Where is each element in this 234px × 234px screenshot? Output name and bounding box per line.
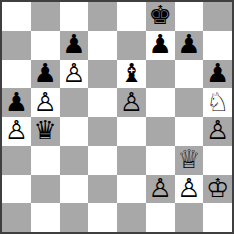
square-g8[interactable] — [175, 2, 204, 31]
square-c8[interactable] — [60, 2, 89, 31]
square-b5[interactable]: ♙ — [31, 88, 60, 117]
piece-black-pawn: ♟ — [5, 89, 28, 115]
square-g2[interactable]: ♙ — [175, 175, 204, 204]
square-f7[interactable]: ♟ — [146, 31, 175, 60]
piece-black-pawn: ♟ — [33, 60, 56, 86]
square-c7[interactable]: ♟ — [60, 31, 89, 60]
square-h8[interactable] — [203, 2, 232, 31]
square-f6[interactable] — [146, 60, 175, 89]
piece-white-pawn: ♙ — [148, 175, 171, 201]
square-e6[interactable]: ♝ — [117, 60, 146, 89]
square-b8[interactable] — [31, 2, 60, 31]
piece-white-queen: ♕ — [177, 146, 200, 172]
square-g3[interactable]: ♕ — [175, 146, 204, 175]
square-h6[interactable]: ♟ — [203, 60, 232, 89]
square-g1[interactable] — [175, 203, 204, 232]
square-h7[interactable] — [203, 31, 232, 60]
square-e8[interactable] — [117, 2, 146, 31]
square-f4[interactable] — [146, 117, 175, 146]
square-a4[interactable]: ♙ — [2, 117, 31, 146]
square-a6[interactable] — [2, 60, 31, 89]
square-b1[interactable] — [31, 203, 60, 232]
square-e3[interactable] — [117, 146, 146, 175]
piece-white-king: ♔ — [206, 175, 229, 201]
square-a8[interactable] — [2, 2, 31, 31]
square-e1[interactable] — [117, 203, 146, 232]
square-a3[interactable] — [2, 146, 31, 175]
piece-white-pawn: ♙ — [33, 89, 56, 115]
piece-black-pawn: ♟ — [148, 31, 171, 57]
square-a1[interactable] — [2, 203, 31, 232]
square-g5[interactable] — [175, 88, 204, 117]
square-c2[interactable] — [60, 175, 89, 204]
piece-black-pawn: ♟ — [177, 31, 200, 57]
square-f2[interactable]: ♙ — [146, 175, 175, 204]
square-g7[interactable]: ♟ — [175, 31, 204, 60]
square-g6[interactable] — [175, 60, 204, 89]
square-d6[interactable] — [88, 60, 117, 89]
square-d4[interactable] — [88, 117, 117, 146]
square-g4[interactable] — [175, 117, 204, 146]
square-h4[interactable]: ♙ — [203, 117, 232, 146]
square-b2[interactable] — [31, 175, 60, 204]
square-b6[interactable]: ♟ — [31, 60, 60, 89]
square-d5[interactable] — [88, 88, 117, 117]
square-h5[interactable]: ♘ — [203, 88, 232, 117]
piece-white-pawn: ♙ — [206, 117, 229, 143]
square-c6[interactable]: ♙ — [60, 60, 89, 89]
piece-black-queen: ♛ — [33, 117, 56, 143]
square-a5[interactable]: ♟ — [2, 88, 31, 117]
square-b7[interactable] — [31, 31, 60, 60]
square-d8[interactable] — [88, 2, 117, 31]
square-b4[interactable]: ♛ — [31, 117, 60, 146]
piece-white-pawn: ♙ — [120, 89, 143, 115]
square-c1[interactable] — [60, 203, 89, 232]
piece-white-pawn: ♙ — [62, 60, 85, 86]
square-a2[interactable] — [2, 175, 31, 204]
square-a7[interactable] — [2, 31, 31, 60]
square-h3[interactable] — [203, 146, 232, 175]
square-h1[interactable] — [203, 203, 232, 232]
piece-black-king: ♚ — [148, 2, 171, 28]
piece-black-pawn: ♟ — [206, 60, 229, 86]
square-c5[interactable] — [60, 88, 89, 117]
chess-diagram: ♚♟♟♟♟♙♝♟♟♙♙♘♙♛♙♕♙♙♔ — [0, 0, 234, 234]
square-b3[interactable] — [31, 146, 60, 175]
square-c4[interactable] — [60, 117, 89, 146]
square-d7[interactable] — [88, 31, 117, 60]
square-e7[interactable] — [117, 31, 146, 60]
piece-white-knight: ♘ — [206, 89, 229, 115]
piece-black-pawn: ♟ — [62, 31, 85, 57]
square-d3[interactable] — [88, 146, 117, 175]
square-e4[interactable] — [117, 117, 146, 146]
square-e5[interactable]: ♙ — [117, 88, 146, 117]
square-d2[interactable] — [88, 175, 117, 204]
square-f8[interactable]: ♚ — [146, 2, 175, 31]
square-f1[interactable] — [146, 203, 175, 232]
square-c3[interactable] — [60, 146, 89, 175]
square-e2[interactable] — [117, 175, 146, 204]
piece-white-pawn: ♙ — [177, 175, 200, 201]
piece-white-pawn: ♙ — [5, 117, 28, 143]
square-h2[interactable]: ♔ — [203, 175, 232, 204]
square-f3[interactable] — [146, 146, 175, 175]
square-d1[interactable] — [88, 203, 117, 232]
chess-board: ♚♟♟♟♟♙♝♟♟♙♙♘♙♛♙♕♙♙♔ — [0, 0, 234, 234]
square-f5[interactable] — [146, 88, 175, 117]
piece-black-bishop: ♝ — [120, 60, 143, 86]
